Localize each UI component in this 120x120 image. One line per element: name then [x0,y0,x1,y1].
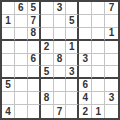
cell-r4c6[interactable]: 1 [66,41,79,54]
cell-r9c1[interactable]: 4 [2,105,15,118]
cell-r8c9[interactable]: 3 [105,92,118,105]
cell-r8c7[interactable]: 4 [79,92,92,105]
cell-r7c7[interactable]: 6 [79,79,92,92]
cell-r1c7[interactable] [79,2,92,15]
cell-r7c1[interactable]: 5 [2,79,15,92]
cell-r2c9[interactable] [105,15,118,28]
cell-r4c1[interactable] [2,41,15,54]
cell-r7c8[interactable] [92,79,105,92]
cell-r1c1[interactable] [2,2,15,15]
cell-r6c6[interactable]: 3 [66,66,79,79]
cell-r1c2[interactable]: 6 [15,2,28,15]
cell-r2c3[interactable]: 7 [28,15,41,28]
cell-r3c4[interactable] [41,28,54,41]
cell-r9c4[interactable] [41,105,54,118]
cell-r4c9[interactable] [105,41,118,54]
cell-r1c3[interactable]: 5 [28,2,41,15]
cell-r4c2[interactable] [15,41,28,54]
cell-r8c2[interactable] [15,92,28,105]
cell-r7c2[interactable] [15,79,28,92]
cell-r1c5[interactable]: 3 [54,2,67,15]
cell-r6c1[interactable] [2,66,15,79]
cell-r3c8[interactable] [92,28,105,41]
cell-r8c5[interactable] [54,92,67,105]
cell-r4c3[interactable] [28,41,41,54]
cell-r5c5[interactable]: 8 [54,54,67,67]
cell-r9c6[interactable] [66,105,79,118]
cell-r6c3[interactable] [28,66,41,79]
cell-r6c4[interactable]: 5 [41,66,54,79]
cell-r4c8[interactable] [92,41,105,54]
cell-r3c1[interactable] [2,28,15,41]
cell-r8c8[interactable] [92,92,105,105]
cell-r8c4[interactable]: 8 [41,92,54,105]
cell-r2c8[interactable] [92,15,105,28]
cell-r9c9[interactable] [105,105,118,118]
cell-r3c3[interactable]: 8 [28,28,41,41]
cell-r2c7[interactable] [79,15,92,28]
cell-r1c4[interactable] [41,2,54,15]
cell-r8c3[interactable] [28,92,41,105]
cell-r7c3[interactable] [28,79,41,92]
cell-r3c2[interactable] [15,28,28,41]
cell-r5c7[interactable]: 3 [79,54,92,67]
cell-r3c5[interactable] [54,28,67,41]
cell-r6c7[interactable] [79,66,92,79]
cell-r5c4[interactable] [41,54,54,67]
cell-r3c7[interactable] [79,28,92,41]
cell-r5c6[interactable] [66,54,79,67]
cell-r3c6[interactable] [66,28,79,41]
cell-r9c5[interactable]: 7 [54,105,67,118]
cell-r2c2[interactable] [15,15,28,28]
cell-r9c3[interactable] [28,105,41,118]
cell-r5c8[interactable] [92,54,105,67]
cell-r7c9[interactable] [105,79,118,92]
cell-r4c5[interactable] [54,41,67,54]
cell-r5c3[interactable]: 6 [28,54,41,67]
cell-r6c5[interactable] [54,66,67,79]
cell-r7c5[interactable] [54,79,67,92]
cell-r8c1[interactable] [2,92,15,105]
cell-r3c9[interactable]: 1 [105,28,118,41]
cell-r9c8[interactable]: 1 [92,105,105,118]
cell-r9c7[interactable]: 2 [79,105,92,118]
cell-r2c6[interactable]: 5 [66,15,79,28]
cell-r1c8[interactable] [92,2,105,15]
cell-r1c6[interactable] [66,2,79,15]
sudoku-board: 6537175812168353568434721 [0,0,120,120]
cell-r2c4[interactable] [41,15,54,28]
cell-r6c2[interactable] [15,66,28,79]
cell-r2c1[interactable]: 1 [2,15,15,28]
cell-r7c4[interactable] [41,79,54,92]
cell-r1c9[interactable]: 7 [105,2,118,15]
cell-r2c5[interactable] [54,15,67,28]
cell-r5c1[interactable] [2,54,15,67]
cell-r6c8[interactable] [92,66,105,79]
cell-r7c6[interactable] [66,79,79,92]
cell-r4c4[interactable]: 2 [41,41,54,54]
cell-r6c9[interactable] [105,66,118,79]
cell-r4c7[interactable] [79,41,92,54]
cell-r8c6[interactable] [66,92,79,105]
cell-r9c2[interactable] [15,105,28,118]
cell-r5c9[interactable] [105,54,118,67]
cell-r5c2[interactable] [15,54,28,67]
